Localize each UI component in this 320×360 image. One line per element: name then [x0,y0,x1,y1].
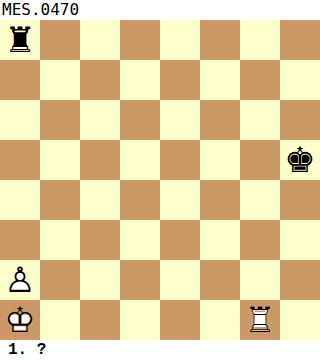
square-f5 [200,140,240,180]
square-h2 [280,260,320,300]
square-b6 [40,100,80,140]
square-f1 [200,300,240,340]
square-a6 [0,100,40,140]
square-b8 [40,20,80,60]
square-e1 [160,300,200,340]
square-d2 [120,260,160,300]
square-f4 [200,180,240,220]
square-e3 [160,220,200,260]
square-b2 [40,260,80,300]
white-rook-outline: ♖ [240,300,280,340]
square-d7 [120,60,160,100]
square-g3 [240,220,280,260]
white-king: ♚♔ [0,300,40,340]
diagram-title: MES.0470 [0,0,320,20]
square-c7 [80,60,120,100]
black-rook: ♜ [0,20,40,60]
square-g2 [240,260,280,300]
square-d4 [120,180,160,220]
square-b1 [40,300,80,340]
square-e5 [160,140,200,180]
square-b3 [40,220,80,260]
square-h7 [280,60,320,100]
square-h1 [280,300,320,340]
white-king-outline: ♔ [0,300,40,340]
square-b4 [40,180,80,220]
square-g5 [240,140,280,180]
square-b7 [40,60,80,100]
square-f3 [200,220,240,260]
square-d1 [120,300,160,340]
square-g8 [240,20,280,60]
square-f8 [200,20,240,60]
square-d5 [120,140,160,180]
square-a4 [0,180,40,220]
white-pawn-outline: ♙ [0,260,40,300]
square-f6 [200,100,240,140]
square-b5 [40,140,80,180]
square-e7 [160,60,200,100]
square-h4 [280,180,320,220]
square-c2 [80,260,120,300]
square-g7 [240,60,280,100]
move-prompt: 1. ? [0,340,320,360]
chess-board: ♜♚♟♙♚♔♜♖ [0,20,320,340]
square-a2: ♟♙ [0,260,40,300]
white-rook: ♜♖ [240,300,280,340]
square-c3 [80,220,120,260]
square-a3 [0,220,40,260]
square-d6 [120,100,160,140]
square-c5 [80,140,120,180]
square-c8 [80,20,120,60]
square-e6 [160,100,200,140]
square-c6 [80,100,120,140]
black-king: ♚ [280,140,320,180]
square-c1 [80,300,120,340]
square-d3 [120,220,160,260]
square-g4 [240,180,280,220]
white-pawn: ♟♙ [0,260,40,300]
square-e8 [160,20,200,60]
square-h5: ♚ [280,140,320,180]
square-h3 [280,220,320,260]
square-e2 [160,260,200,300]
square-a1: ♚♔ [0,300,40,340]
square-a8: ♜ [0,20,40,60]
square-h6 [280,100,320,140]
square-c4 [80,180,120,220]
square-a7 [0,60,40,100]
square-d8 [120,20,160,60]
square-a5 [0,140,40,180]
square-f7 [200,60,240,100]
square-h8 [280,20,320,60]
square-g6 [240,100,280,140]
square-f2 [200,260,240,300]
square-e4 [160,180,200,220]
square-g1: ♜♖ [240,300,280,340]
